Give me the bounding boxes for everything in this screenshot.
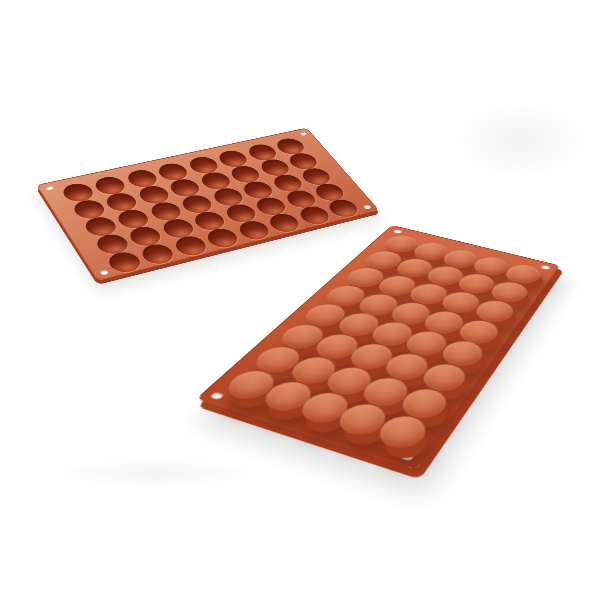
background-tint [430, 85, 601, 195]
product-photo [0, 0, 601, 600]
boss-grid [220, 233, 545, 453]
corner-hole [400, 452, 415, 462]
corner-hole [99, 269, 110, 275]
background-shadow-smudge [25, 455, 285, 491]
corner-hole [362, 204, 372, 209]
corner-hole [299, 131, 308, 136]
silicone-mold-boss-side [196, 225, 560, 470]
silicone-mold-cavity-side [36, 128, 379, 281]
cavity-grid [56, 136, 360, 270]
corner-hole [44, 185, 54, 191]
